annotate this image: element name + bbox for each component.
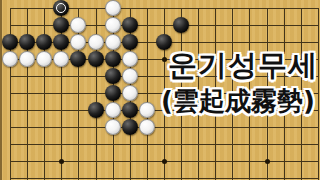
caption-hanja-title: (雲起成霧勢) xyxy=(154,88,320,114)
board-left-edge xyxy=(0,0,2,180)
white-stone[interactable] xyxy=(105,0,121,16)
black-stone[interactable] xyxy=(122,119,138,135)
black-stone[interactable] xyxy=(105,68,121,84)
star-point xyxy=(265,159,270,164)
black-stone[interactable] xyxy=(122,17,138,33)
black-stone[interactable] xyxy=(173,17,189,33)
black-stone[interactable] xyxy=(2,34,18,50)
white-stone[interactable] xyxy=(122,85,138,101)
white-stone[interactable] xyxy=(19,51,35,67)
grid-hline xyxy=(10,127,319,128)
white-stone[interactable] xyxy=(105,17,121,33)
last-move-marker xyxy=(56,3,66,13)
star-point xyxy=(162,159,167,164)
black-stone[interactable] xyxy=(122,102,138,118)
white-stone[interactable] xyxy=(122,51,138,67)
white-stone[interactable] xyxy=(122,68,138,84)
white-stone[interactable] xyxy=(105,119,121,135)
caption-korean-title: 운기성무세 xyxy=(166,51,320,80)
grid-hline xyxy=(10,144,319,145)
white-stone[interactable] xyxy=(88,34,104,50)
go-board-thumbnail: 운기성무세 (雲起成霧勢) xyxy=(0,0,320,180)
black-stone[interactable] xyxy=(105,85,121,101)
black-stone[interactable] xyxy=(19,34,35,50)
white-stone[interactable] xyxy=(139,102,155,118)
black-stone[interactable] xyxy=(105,51,121,67)
white-stone[interactable] xyxy=(105,34,121,50)
black-stone[interactable] xyxy=(88,51,104,67)
white-stone[interactable] xyxy=(105,102,121,118)
white-stone[interactable] xyxy=(139,119,155,135)
grid-vline xyxy=(147,8,148,180)
black-stone[interactable] xyxy=(122,34,138,50)
black-stone[interactable] xyxy=(88,102,104,118)
white-stone[interactable] xyxy=(2,51,18,67)
grid-hline xyxy=(10,178,319,179)
